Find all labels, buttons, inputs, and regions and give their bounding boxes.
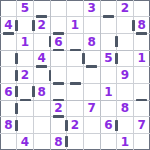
cell-r8c4[interactable] [50, 117, 67, 134]
cell-r5c4[interactable] [50, 67, 67, 84]
cell-r9c4[interactable]: 8 [50, 133, 67, 150]
cell-r3c3[interactable] [33, 33, 50, 50]
cell-r4c1[interactable] [0, 50, 17, 67]
cell-r5c1[interactable] [0, 67, 17, 84]
cell-r8c2[interactable] [17, 117, 34, 134]
cell-r1c6[interactable]: 3 [83, 0, 100, 17]
sudoku-board: 5324218168451296812788267481 [0, 0, 150, 150]
cell-r4c2[interactable] [17, 50, 34, 67]
cell-r6c6[interactable] [83, 83, 100, 100]
cell-r8c9[interactable]: 7 [133, 117, 150, 134]
cell-r4c8[interactable] [117, 50, 134, 67]
cell-r3c7[interactable] [100, 33, 117, 50]
cell-r7c2[interactable] [17, 100, 34, 117]
cell-r8c3[interactable] [33, 117, 50, 134]
cell-r5c9[interactable] [133, 67, 150, 84]
cell-r2c7[interactable] [100, 17, 117, 34]
cell-r6c9[interactable] [133, 83, 150, 100]
cell-r3c4[interactable]: 6 [50, 33, 67, 50]
cell-r7c9[interactable] [133, 100, 150, 117]
cell-r6c8[interactable] [117, 83, 134, 100]
cell-r6c3[interactable]: 8 [33, 83, 50, 100]
cell-r3c2[interactable]: 1 [17, 33, 34, 50]
cell-r4c7[interactable]: 5 [100, 50, 117, 67]
cell-r8c6[interactable] [83, 117, 100, 134]
cell-r5c7[interactable] [100, 67, 117, 84]
cell-r2c5[interactable]: 1 [67, 17, 84, 34]
cell-r4c6[interactable] [83, 50, 100, 67]
cell-r2c2[interactable] [17, 17, 34, 34]
cell-r1c3[interactable] [33, 0, 50, 17]
cell-r8c8[interactable] [117, 117, 134, 134]
cell-r2c6[interactable] [83, 17, 100, 34]
cell-r6c7[interactable]: 1 [100, 83, 117, 100]
cell-r5c8[interactable]: 9 [117, 67, 134, 84]
cell-r2c1[interactable]: 4 [0, 17, 17, 34]
cell-r9c2[interactable]: 4 [17, 133, 34, 150]
cell-r9c8[interactable]: 1 [117, 133, 134, 150]
cell-r4c3[interactable]: 4 [33, 50, 50, 67]
cell-r1c8[interactable]: 2 [117, 0, 134, 17]
cell-r1c5[interactable] [67, 0, 84, 17]
cell-r5c2[interactable]: 2 [17, 67, 34, 84]
cell-r7c4[interactable]: 2 [50, 100, 67, 117]
cell-r7c7[interactable] [100, 100, 117, 117]
cell-r8c7[interactable]: 6 [100, 117, 117, 134]
cell-r9c6[interactable] [83, 133, 100, 150]
cell-r9c5[interactable] [67, 133, 84, 150]
cell-r1c4[interactable] [50, 0, 67, 17]
cell-r8c5[interactable]: 2 [67, 117, 84, 134]
cell-r2c9[interactable]: 8 [133, 17, 150, 34]
cell-r6c4[interactable] [50, 83, 67, 100]
cell-r3c9[interactable] [133, 33, 150, 50]
cell-r7c6[interactable]: 7 [83, 100, 100, 117]
cell-r6c1[interactable]: 6 [0, 83, 17, 100]
cell-r9c1[interactable] [0, 133, 17, 150]
cell-r4c9[interactable]: 1 [133, 50, 150, 67]
cell-r8c1[interactable]: 8 [0, 117, 17, 134]
cell-r9c9[interactable] [133, 133, 150, 150]
cell-r1c7[interactable] [100, 0, 117, 17]
cell-r3c8[interactable] [117, 33, 134, 50]
cell-r2c3[interactable]: 2 [33, 17, 50, 34]
cell-r2c4[interactable] [50, 17, 67, 34]
cell-r3c5[interactable] [67, 33, 84, 50]
consecutive-sudoku-screenshot: 5324218168451296812788267481 [0, 0, 150, 150]
cell-r1c2[interactable]: 5 [17, 0, 34, 17]
cell-r9c7[interactable] [100, 133, 117, 150]
cell-r7c1[interactable] [0, 100, 17, 117]
cell-r4c4[interactable] [50, 50, 67, 67]
cell-r7c8[interactable]: 8 [117, 100, 134, 117]
cell-r5c5[interactable] [67, 67, 84, 84]
cell-r2c8[interactable] [117, 17, 134, 34]
cell-r5c6[interactable] [83, 67, 100, 84]
cell-r7c5[interactable] [67, 100, 84, 117]
cell-r7c3[interactable] [33, 100, 50, 117]
cell-r6c2[interactable] [17, 83, 34, 100]
cell-r6c5[interactable] [67, 83, 84, 100]
cell-r5c3[interactable] [33, 67, 50, 84]
cell-r3c6[interactable]: 8 [83, 33, 100, 50]
cell-r1c9[interactable] [133, 0, 150, 17]
cell-r4c5[interactable] [67, 50, 84, 67]
cell-r3c1[interactable] [0, 33, 17, 50]
cell-r9c3[interactable] [33, 133, 50, 150]
cell-r1c1[interactable] [0, 0, 17, 17]
